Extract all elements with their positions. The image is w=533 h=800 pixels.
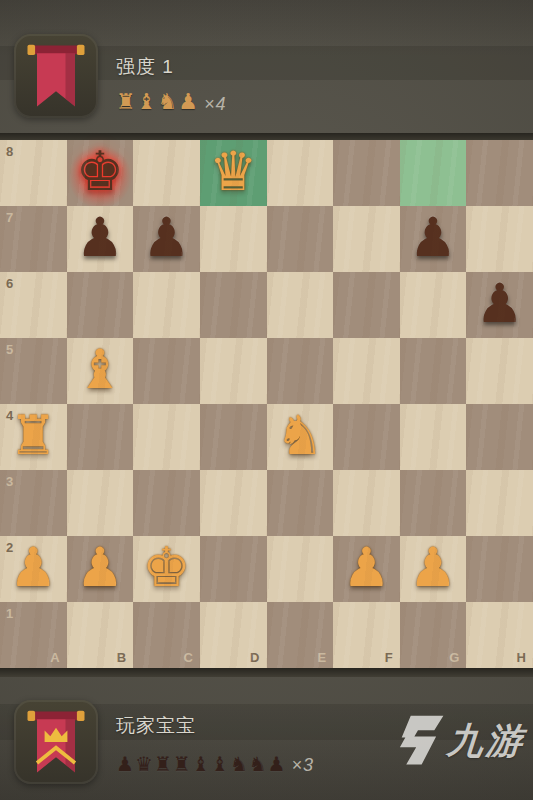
top-player-name: 强度 1 (116, 54, 174, 80)
piece-white-bishop: ♝ (67, 334, 134, 404)
square-e6[interactable] (267, 272, 334, 338)
chess-board: 8♚♛7♟♟♟6♟5♝4♜♞32♟♟♚♟♟1ABCDEFGH (0, 140, 533, 668)
captured-pawn-icon: ♟ (268, 754, 286, 774)
square-g1[interactable]: G (400, 602, 467, 668)
square-h2[interactable] (466, 536, 533, 602)
captured-rook-icon: ♜ (154, 754, 172, 774)
square-g8[interactable] (400, 140, 467, 206)
rank-label-6: 6 (6, 276, 13, 291)
square-c3[interactable] (133, 470, 200, 536)
red-banner-icon (24, 38, 88, 114)
square-f7[interactable] (333, 206, 400, 272)
square-c4[interactable] (133, 404, 200, 470)
square-d8[interactable]: ♛ (200, 140, 267, 206)
captured-bishop-icon: ♝ (137, 91, 157, 113)
square-a6[interactable]: 6 (0, 272, 67, 338)
piece-white-pawn: ♟ (67, 532, 134, 602)
captured-multiplier: ×4 (204, 95, 227, 113)
piece-white-knight: ♞ (267, 400, 334, 470)
square-a2[interactable]: 2♟ (0, 536, 67, 602)
square-e5[interactable] (267, 338, 334, 404)
piece-white-king: ♚ (133, 532, 200, 602)
square-b5[interactable]: ♝ (67, 338, 134, 404)
square-f3[interactable] (333, 470, 400, 536)
square-d7[interactable] (200, 206, 267, 272)
captured-queen-icon: ♛ (135, 754, 153, 774)
piece-black-king: ♚ (67, 136, 134, 206)
piece-white-pawn: ♟ (333, 532, 400, 602)
square-d6[interactable] (200, 272, 267, 338)
top-player-avatar (14, 34, 98, 118)
rank-label-8: 8 (6, 144, 13, 159)
square-g7[interactable]: ♟ (400, 206, 467, 272)
rank-label-2: 2 (6, 540, 13, 555)
captured-knight-icon: ♞ (157, 91, 177, 113)
square-h6[interactable]: ♟ (466, 272, 533, 338)
file-label-g: G (449, 650, 459, 665)
file-label-f: F (385, 650, 393, 665)
square-g6[interactable] (400, 272, 467, 338)
square-e1[interactable]: E (267, 602, 334, 668)
square-h8[interactable] (466, 140, 533, 206)
file-label-e: E (317, 650, 326, 665)
square-c7[interactable]: ♟ (133, 206, 200, 272)
square-g2[interactable]: ♟ (400, 536, 467, 602)
square-h7[interactable] (466, 206, 533, 272)
bottom-player-avatar (14, 700, 98, 784)
square-d3[interactable] (200, 470, 267, 536)
square-e7[interactable] (267, 206, 334, 272)
rank-label-3: 3 (6, 474, 13, 489)
square-a5[interactable]: 5 (0, 338, 67, 404)
square-c1[interactable]: C (133, 602, 200, 668)
file-label-b: B (117, 650, 126, 665)
square-b6[interactable] (67, 272, 134, 338)
file-label-d: D (250, 650, 259, 665)
square-e3[interactable] (267, 470, 334, 536)
square-g4[interactable] (400, 404, 467, 470)
chess-app-screen: 强度 1 ♜♝♞♟×4 8♚♛7♟♟♟6♟5♝4♜♞32♟♟♚♟♟1ABCDEF… (0, 0, 533, 800)
captured-pawn-icon: ♟ (116, 754, 134, 774)
bottom-captured-tray: ♟♛♜♜♝♝♞♞♟×3 (116, 748, 314, 774)
square-h5[interactable] (466, 338, 533, 404)
jiuyou-logo-icon (389, 712, 447, 770)
square-f6[interactable] (333, 272, 400, 338)
bottom-player-name: 玩家宝宝 (116, 713, 196, 739)
piece-white-rook: ♜ (0, 400, 67, 470)
captured-knight-icon: ♞ (249, 754, 267, 774)
square-h1[interactable]: H (466, 602, 533, 668)
piece-black-pawn: ♟ (400, 202, 467, 272)
square-e8[interactable] (267, 140, 334, 206)
square-f5[interactable] (333, 338, 400, 404)
rank-label-5: 5 (6, 342, 13, 357)
captured-bishop-icon: ♝ (211, 754, 229, 774)
file-label-a: A (50, 650, 59, 665)
square-g5[interactable] (400, 338, 467, 404)
board-top-edge (0, 133, 533, 140)
file-label-h: H (517, 650, 526, 665)
square-f4[interactable] (333, 404, 400, 470)
square-d2[interactable] (200, 536, 267, 602)
square-d5[interactable] (200, 338, 267, 404)
square-f2[interactable]: ♟ (333, 536, 400, 602)
square-a3[interactable]: 3 (0, 470, 67, 536)
red-banner-crown-icon (24, 704, 88, 780)
rank-label-1: 1 (6, 606, 13, 621)
square-f8[interactable] (333, 140, 400, 206)
square-c8[interactable] (133, 140, 200, 206)
square-c6[interactable] (133, 272, 200, 338)
top-captured-tray: ♜♝♞♟×4 (116, 87, 226, 113)
piece-white-pawn: ♟ (0, 532, 67, 602)
square-b8[interactable]: ♚ (67, 140, 134, 206)
piece-black-pawn: ♟ (133, 202, 200, 272)
square-d1[interactable]: D (200, 602, 267, 668)
square-b2[interactable]: ♟ (67, 536, 134, 602)
square-e4[interactable]: ♞ (267, 404, 334, 470)
captured-rook-icon: ♜ (173, 754, 191, 774)
square-a1[interactable]: 1A (0, 602, 67, 668)
rank-label-4: 4 (6, 408, 13, 423)
jiuyou-logo: 九游 (389, 712, 525, 770)
piece-black-pawn: ♟ (67, 202, 134, 272)
square-e2[interactable] (267, 536, 334, 602)
square-a7[interactable]: 7 (0, 206, 67, 272)
square-a4[interactable]: 4♜ (0, 404, 67, 470)
square-b3[interactable] (67, 470, 134, 536)
square-b1[interactable]: B (67, 602, 134, 668)
square-b4[interactable] (67, 404, 134, 470)
captured-multiplier: ×3 (291, 756, 314, 774)
square-g3[interactable] (400, 470, 467, 536)
piece-black-pawn: ♟ (466, 268, 533, 338)
square-c5[interactable] (133, 338, 200, 404)
piece-white-queen: ♛ (200, 136, 267, 206)
piece-white-pawn: ♟ (400, 532, 467, 602)
square-c2[interactable]: ♚ (133, 536, 200, 602)
captured-bishop-icon: ♝ (192, 754, 210, 774)
file-label-c: C (183, 650, 192, 665)
captured-pawn-icon: ♟ (178, 91, 198, 113)
captured-rook-icon: ♜ (116, 91, 136, 113)
square-f1[interactable]: F (333, 602, 400, 668)
square-h4[interactable] (466, 404, 533, 470)
square-a8[interactable]: 8 (0, 140, 67, 206)
square-h3[interactable] (466, 470, 533, 536)
captured-knight-icon: ♞ (230, 754, 248, 774)
square-b7[interactable]: ♟ (67, 206, 134, 272)
rank-label-7: 7 (6, 210, 13, 225)
board-bottom-edge (0, 668, 533, 677)
jiuyou-logo-text: 九游 (445, 717, 526, 766)
square-d4[interactable] (200, 404, 267, 470)
